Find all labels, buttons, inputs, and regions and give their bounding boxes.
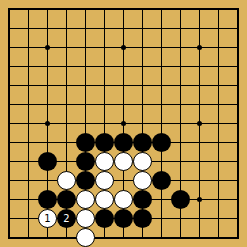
intersection[interactable] [209, 38, 228, 57]
intersection[interactable] [228, 171, 247, 190]
hoshi-point-icon [197, 45, 202, 50]
intersection [76, 228, 95, 247]
intersection [38, 190, 57, 209]
black-stone [76, 152, 95, 171]
intersection[interactable] [133, 57, 152, 76]
intersection[interactable] [19, 114, 38, 133]
intersection[interactable] [19, 57, 38, 76]
intersection[interactable] [190, 133, 209, 152]
intersection[interactable] [209, 114, 228, 133]
intersection [114, 190, 133, 209]
intersection[interactable] [152, 19, 171, 38]
intersection[interactable] [171, 209, 190, 228]
intersection [57, 171, 76, 190]
intersection[interactable] [19, 209, 38, 228]
move-number-label: 1 [44, 214, 50, 224]
intersection [133, 190, 152, 209]
hoshi-point-icon [45, 45, 50, 50]
intersection[interactable] [57, 114, 76, 133]
intersection [76, 152, 95, 171]
intersection[interactable] [95, 57, 114, 76]
intersection[interactable] [76, 0, 95, 19]
intersection[interactable] [190, 57, 209, 76]
intersection[interactable] [114, 228, 133, 247]
white-stone [133, 152, 152, 171]
intersection[interactable] [38, 95, 57, 114]
intersection[interactable] [152, 152, 171, 171]
white-stone [95, 190, 114, 209]
intersection[interactable] [0, 0, 19, 19]
intersection[interactable] [133, 19, 152, 38]
move-number-label: 2 [63, 214, 69, 224]
intersection[interactable] [209, 57, 228, 76]
intersection[interactable] [209, 228, 228, 247]
intersection[interactable] [209, 152, 228, 171]
intersection[interactable] [57, 57, 76, 76]
white-stone [76, 228, 95, 247]
black-stone [133, 133, 152, 152]
hoshi-point-icon [45, 121, 50, 126]
intersection[interactable] [0, 57, 19, 76]
intersection[interactable] [190, 152, 209, 171]
intersection[interactable] [190, 19, 209, 38]
hoshi-point-icon [197, 121, 202, 126]
white-stone [57, 171, 76, 190]
intersection[interactable] [190, 95, 209, 114]
intersection[interactable] [190, 228, 209, 247]
intersection[interactable] [228, 95, 247, 114]
intersection[interactable] [114, 76, 133, 95]
intersection [95, 209, 114, 228]
intersection[interactable] [228, 190, 247, 209]
intersection[interactable] [76, 114, 95, 133]
intersection[interactable] [95, 228, 114, 247]
intersection[interactable] [190, 0, 209, 19]
white-stone [114, 152, 133, 171]
intersection[interactable] [0, 19, 19, 38]
intersection[interactable] [76, 19, 95, 38]
intersection[interactable] [228, 152, 247, 171]
intersection[interactable] [209, 95, 228, 114]
intersection[interactable] [133, 228, 152, 247]
intersection[interactable] [0, 171, 19, 190]
intersection[interactable] [171, 76, 190, 95]
white-stone [76, 190, 95, 209]
intersection[interactable] [114, 171, 133, 190]
intersection[interactable] [38, 19, 57, 38]
hoshi-point-icon [197, 197, 202, 202]
intersection[interactable] [152, 209, 171, 228]
intersection[interactable] [0, 228, 19, 247]
intersection[interactable] [95, 19, 114, 38]
intersection[interactable] [19, 95, 38, 114]
intersection[interactable] [0, 76, 19, 95]
intersection[interactable] [57, 76, 76, 95]
black-stone [76, 133, 95, 152]
intersection[interactable] [209, 209, 228, 228]
go-board: 12 [0, 0, 247, 247]
intersection[interactable] [57, 19, 76, 38]
intersection[interactable] [228, 133, 247, 152]
intersection[interactable] [209, 0, 228, 19]
white-stone [76, 209, 95, 228]
intersection[interactable] [76, 38, 95, 57]
intersection[interactable] [228, 228, 247, 247]
intersection[interactable] [0, 114, 19, 133]
intersection[interactable] [38, 38, 57, 57]
intersection[interactable] [38, 114, 57, 133]
black-stone [133, 190, 152, 209]
intersection [57, 190, 76, 209]
intersection [133, 171, 152, 190]
black-stone [133, 209, 152, 228]
intersection[interactable] [0, 152, 19, 171]
intersection[interactable] [38, 228, 57, 247]
intersection[interactable] [57, 0, 76, 19]
intersection[interactable] [57, 228, 76, 247]
intersection[interactable] [171, 171, 190, 190]
intersection [76, 190, 95, 209]
intersection: 2 [57, 209, 76, 228]
intersection[interactable] [152, 190, 171, 209]
black-stone [76, 171, 95, 190]
intersection [38, 152, 57, 171]
intersection: 1 [38, 209, 57, 228]
intersection[interactable] [76, 95, 95, 114]
intersection[interactable] [171, 114, 190, 133]
intersection[interactable] [190, 38, 209, 57]
intersection [95, 171, 114, 190]
intersection[interactable] [57, 95, 76, 114]
black-stone [152, 133, 171, 152]
black-stone [95, 133, 114, 152]
intersection[interactable] [57, 152, 76, 171]
intersection[interactable] [38, 171, 57, 190]
intersection[interactable] [19, 38, 38, 57]
intersection [133, 209, 152, 228]
intersection[interactable] [171, 38, 190, 57]
intersection[interactable] [171, 133, 190, 152]
intersection [76, 171, 95, 190]
intersection[interactable] [95, 0, 114, 19]
intersection[interactable] [228, 0, 247, 19]
intersection [95, 152, 114, 171]
intersection[interactable] [209, 171, 228, 190]
intersection [76, 209, 95, 228]
intersection[interactable] [209, 133, 228, 152]
black-stone [57, 190, 76, 209]
intersection[interactable] [209, 190, 228, 209]
intersection[interactable] [228, 57, 247, 76]
intersection [95, 133, 114, 152]
intersection[interactable] [57, 38, 76, 57]
intersection[interactable] [228, 19, 247, 38]
intersection[interactable] [114, 0, 133, 19]
intersection[interactable] [171, 0, 190, 19]
intersection[interactable] [133, 114, 152, 133]
intersection [114, 209, 133, 228]
intersection[interactable] [95, 76, 114, 95]
black-stone [152, 171, 171, 190]
intersection [114, 152, 133, 171]
intersection[interactable] [95, 38, 114, 57]
intersection[interactable] [19, 0, 38, 19]
intersection[interactable] [19, 190, 38, 209]
intersection[interactable] [0, 209, 19, 228]
intersection [171, 190, 190, 209]
intersection[interactable] [19, 171, 38, 190]
intersection[interactable] [95, 95, 114, 114]
intersection[interactable] [171, 95, 190, 114]
black-stone [171, 190, 190, 209]
hoshi-point-icon [121, 45, 126, 50]
white-stone [133, 171, 152, 190]
intersection[interactable] [152, 38, 171, 57]
intersection[interactable] [171, 19, 190, 38]
intersection[interactable] [76, 57, 95, 76]
intersection[interactable] [133, 0, 152, 19]
white-stone [95, 152, 114, 171]
intersection[interactable] [190, 209, 209, 228]
black-stone: 2 [57, 209, 76, 228]
intersection[interactable] [228, 38, 247, 57]
intersection[interactable] [190, 171, 209, 190]
intersection[interactable] [76, 76, 95, 95]
intersection[interactable] [19, 228, 38, 247]
intersection[interactable] [38, 76, 57, 95]
intersection [76, 133, 95, 152]
intersection[interactable] [0, 133, 19, 152]
intersection[interactable] [152, 57, 171, 76]
intersection[interactable] [190, 76, 209, 95]
black-stone [38, 190, 57, 209]
intersection [152, 171, 171, 190]
intersection[interactable] [209, 19, 228, 38]
intersection[interactable] [152, 0, 171, 19]
intersection [95, 190, 114, 209]
intersection[interactable] [114, 38, 133, 57]
intersection[interactable] [0, 190, 19, 209]
intersection[interactable] [171, 228, 190, 247]
intersection[interactable] [190, 190, 209, 209]
intersection[interactable] [152, 228, 171, 247]
intersection[interactable] [133, 76, 152, 95]
black-stone [95, 209, 114, 228]
white-stone [95, 171, 114, 190]
black-stone [114, 133, 133, 152]
intersection[interactable] [114, 57, 133, 76]
intersection [133, 133, 152, 152]
intersection[interactable] [152, 76, 171, 95]
intersection[interactable] [19, 133, 38, 152]
intersection[interactable] [133, 38, 152, 57]
intersection[interactable] [228, 76, 247, 95]
intersection[interactable] [133, 95, 152, 114]
intersection[interactable] [19, 19, 38, 38]
intersection[interactable] [152, 95, 171, 114]
intersection[interactable] [152, 114, 171, 133]
intersection[interactable] [114, 19, 133, 38]
intersection[interactable] [0, 38, 19, 57]
black-stone [38, 152, 57, 171]
intersection[interactable] [38, 57, 57, 76]
intersection[interactable] [19, 152, 38, 171]
intersection[interactable] [190, 114, 209, 133]
intersection[interactable] [38, 0, 57, 19]
intersection[interactable] [19, 76, 38, 95]
intersection[interactable] [228, 209, 247, 228]
intersection[interactable] [114, 114, 133, 133]
intersection [152, 133, 171, 152]
intersection[interactable] [57, 133, 76, 152]
intersection[interactable] [95, 114, 114, 133]
intersection[interactable] [171, 152, 190, 171]
intersection[interactable] [0, 95, 19, 114]
black-stone [114, 209, 133, 228]
intersection[interactable] [171, 57, 190, 76]
intersection[interactable] [114, 95, 133, 114]
intersection [133, 152, 152, 171]
intersection [114, 133, 133, 152]
intersection[interactable] [228, 114, 247, 133]
intersection[interactable] [38, 133, 57, 152]
white-stone [114, 190, 133, 209]
intersection[interactable] [209, 76, 228, 95]
white-stone: 1 [38, 209, 57, 228]
hoshi-point-icon [121, 121, 126, 126]
